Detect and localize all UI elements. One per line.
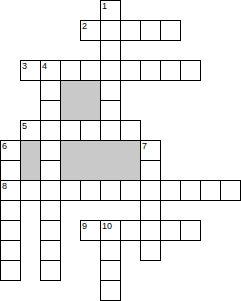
- grid-cell-r5c2[interactable]: [40, 100, 61, 121]
- grid-cell-r12c2[interactable]: [40, 240, 61, 261]
- grid-cell-r13c0[interactable]: [0, 260, 21, 281]
- clue-number-8: 8: [2, 182, 7, 191]
- clue-number-10: 10: [102, 222, 112, 231]
- clue-number-5: 5: [22, 122, 27, 131]
- grid-cell-r3c4[interactable]: [80, 60, 101, 81]
- grid-cell-r14c5[interactable]: [100, 280, 121, 301]
- grid-cell-r9c7[interactable]: [140, 180, 161, 201]
- grid-cell-r3c3[interactable]: [60, 60, 81, 81]
- grid-cell-r13c5[interactable]: [100, 260, 121, 281]
- grid-cell-r1c7[interactable]: [140, 20, 161, 41]
- grid-cell-r9c2[interactable]: [40, 180, 61, 201]
- grid-cell-r6c6[interactable]: [120, 120, 141, 141]
- grid-cell-r11c0[interactable]: [0, 220, 21, 241]
- blocked-region-1: [60, 80, 101, 121]
- clue-number-2: 2: [82, 22, 87, 31]
- crossword-board: 12345678910: [0, 0, 241, 301]
- grid-cell-r13c2[interactable]: [40, 260, 61, 281]
- grid-cell-r1c8[interactable]: [160, 20, 181, 41]
- clue-number-7: 7: [142, 142, 147, 151]
- grid-cell-r10c7[interactable]: [140, 200, 161, 221]
- grid-cell-r4c2[interactable]: [40, 80, 61, 101]
- grid-cell-r7c2[interactable]: [40, 140, 61, 161]
- grid-cell-r6c2[interactable]: [40, 120, 61, 141]
- grid-cell-r6c5[interactable]: [100, 120, 121, 141]
- grid-cell-r11c7[interactable]: [140, 220, 161, 241]
- grid-cell-r1c5[interactable]: [100, 20, 121, 41]
- blocked-region-2: [20, 140, 41, 181]
- grid-cell-r9c6[interactable]: [120, 180, 141, 201]
- grid-cell-r3c7[interactable]: [140, 60, 161, 81]
- grid-cell-r9c4[interactable]: [80, 180, 101, 201]
- grid-cell-r11c8[interactable]: [160, 220, 181, 241]
- grid-cell-r3c9[interactable]: [180, 60, 201, 81]
- grid-cell-r10c0[interactable]: [0, 200, 21, 221]
- grid-cell-r9c1[interactable]: [20, 180, 41, 201]
- grid-cell-r3c5[interactable]: [100, 60, 121, 81]
- grid-cell-r11c6[interactable]: [120, 220, 141, 241]
- grid-cell-r6c3[interactable]: [60, 120, 81, 141]
- grid-cell-r9c10[interactable]: [200, 180, 221, 201]
- grid-cell-r12c0[interactable]: [0, 240, 21, 261]
- grid-cell-r11c2[interactable]: [40, 220, 61, 241]
- clue-number-4: 4: [42, 62, 47, 71]
- grid-cell-r3c6[interactable]: [120, 60, 141, 81]
- clue-number-3: 3: [22, 62, 27, 71]
- grid-cell-r11c9[interactable]: [180, 220, 201, 241]
- grid-cell-r12c5[interactable]: [100, 240, 121, 261]
- grid-cell-r10c2[interactable]: [40, 200, 61, 221]
- clue-number-1: 1: [102, 2, 107, 11]
- grid-cell-r9c9[interactable]: [180, 180, 201, 201]
- clue-number-9: 9: [82, 222, 87, 231]
- grid-cell-r12c7[interactable]: [140, 240, 161, 261]
- grid-cell-r2c5[interactable]: [100, 40, 121, 61]
- blocked-region-3: [60, 140, 141, 181]
- grid-cell-r9c3[interactable]: [60, 180, 81, 201]
- clue-number-6: 6: [2, 142, 7, 151]
- grid-cell-r5c5[interactable]: [100, 100, 121, 121]
- grid-cell-r1c6[interactable]: [120, 20, 141, 41]
- grid-cell-r9c11[interactable]: [220, 180, 241, 201]
- grid-cell-r8c7[interactable]: [140, 160, 161, 181]
- grid-cell-r4c5[interactable]: [100, 80, 121, 101]
- grid-cell-r8c2[interactable]: [40, 160, 61, 181]
- grid-cell-r9c8[interactable]: [160, 180, 181, 201]
- grid-cell-r3c8[interactable]: [160, 60, 181, 81]
- grid-cell-r9c5[interactable]: [100, 180, 121, 201]
- grid-cell-r8c0[interactable]: [0, 160, 21, 181]
- grid-cell-r6c4[interactable]: [80, 120, 101, 141]
